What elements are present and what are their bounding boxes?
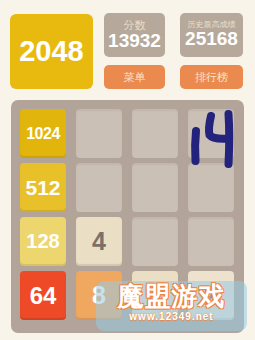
cell-r3c4 (188, 217, 234, 266)
cell-r4c3: 4 (132, 271, 178, 320)
cell-r2c4 (188, 163, 234, 212)
game-window: 2048 分数 13932 历史最高成绩 25168 菜单 排行榜 1024 5… (0, 0, 255, 340)
cell-r4c1: 64 (20, 271, 66, 320)
score-value: 13932 (108, 31, 161, 51)
cell-r1c4 (188, 109, 234, 158)
score-box: 分数 13932 (104, 13, 165, 57)
cell-r2c2 (76, 163, 122, 212)
tile-grid: 1024 512 128 4 64 8 4 2 (11, 100, 244, 332)
cell-r3c3 (132, 217, 178, 266)
game-board[interactable]: 1024 512 128 4 64 8 4 2 (11, 100, 244, 333)
best-score-box: 历史最高成绩 25168 (180, 13, 243, 57)
logo-text: 2048 (19, 35, 84, 68)
logo-2048: 2048 (10, 14, 93, 89)
menu-button[interactable]: 菜单 (104, 65, 165, 89)
cell-r1c2 (76, 109, 122, 158)
cell-r3c1: 128 (20, 217, 66, 266)
cell-r1c1: 1024 (20, 109, 66, 158)
cell-r1c3 (132, 109, 178, 158)
cell-r3c2: 4 (76, 217, 122, 266)
cell-r4c2: 8 (76, 271, 122, 320)
cell-r2c1: 512 (20, 163, 66, 212)
leaderboard-button[interactable]: 排行榜 (180, 65, 243, 89)
cell-r4c4: 2 (188, 271, 234, 320)
cell-r2c3 (132, 163, 178, 212)
best-score-value: 25168 (185, 29, 238, 49)
